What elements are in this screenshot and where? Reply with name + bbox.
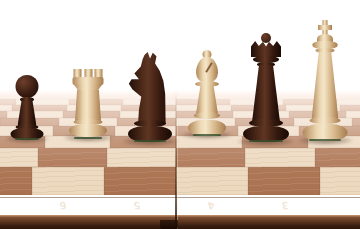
board-fold-seam-highlight	[177, 120, 178, 229]
square[interactable]	[315, 148, 360, 167]
bishop-felt	[193, 134, 221, 136]
square[interactable]	[320, 167, 360, 195]
queen-finial	[261, 33, 271, 43]
rank-label-6: 6	[54, 199, 72, 212]
black-pawn[interactable]	[10, 75, 44, 140]
square[interactable]	[0, 167, 32, 195]
white-bishop[interactable]	[187, 50, 227, 136]
rook-body	[75, 90, 101, 121]
chessboard-photo: 6 5 4 3	[0, 0, 360, 229]
board-front-edge-face	[0, 215, 360, 229]
queen-felt	[249, 140, 283, 142]
pawn-stem	[18, 101, 37, 126]
rank-label-4: 4	[202, 199, 220, 212]
king-cross-horizontal	[318, 25, 332, 30]
queen-crown	[251, 41, 281, 57]
square[interactable]	[352, 118, 360, 126]
white-rook[interactable]	[69, 69, 107, 139]
knight-felt	[134, 140, 166, 142]
square[interactable]	[176, 148, 245, 167]
square[interactable]	[0, 148, 38, 167]
rook-neck	[74, 84, 103, 91]
black-queen[interactable]	[242, 33, 290, 142]
square[interactable]	[245, 148, 314, 167]
square[interactable]	[32, 167, 104, 195]
king-body	[312, 52, 339, 120]
black-knight[interactable]	[127, 52, 173, 142]
king-base-ring	[310, 117, 341, 124]
board-front-border: 6 5 4 3	[0, 195, 360, 215]
pawn-felt	[15, 138, 39, 140]
rook-crown-band	[73, 77, 104, 85]
white-king[interactable]	[302, 20, 348, 141]
square[interactable]	[176, 167, 248, 195]
king-felt	[309, 139, 341, 141]
board-clasp-notch	[160, 220, 178, 229]
square[interactable]	[104, 167, 176, 195]
square[interactable]	[248, 167, 320, 195]
square[interactable]	[107, 148, 176, 167]
rook-felt	[74, 137, 102, 139]
queen-body	[252, 65, 280, 122]
bishop-base-ring	[194, 112, 220, 119]
knight-head	[127, 52, 173, 124]
bishop-body	[196, 86, 218, 114]
square[interactable]	[38, 148, 107, 167]
rook-base	[69, 124, 107, 137]
rank-label-5: 5	[128, 199, 146, 212]
rank-label-3: 3	[276, 199, 294, 212]
pawn-head	[16, 75, 39, 98]
border-inlay-line	[0, 197, 360, 198]
